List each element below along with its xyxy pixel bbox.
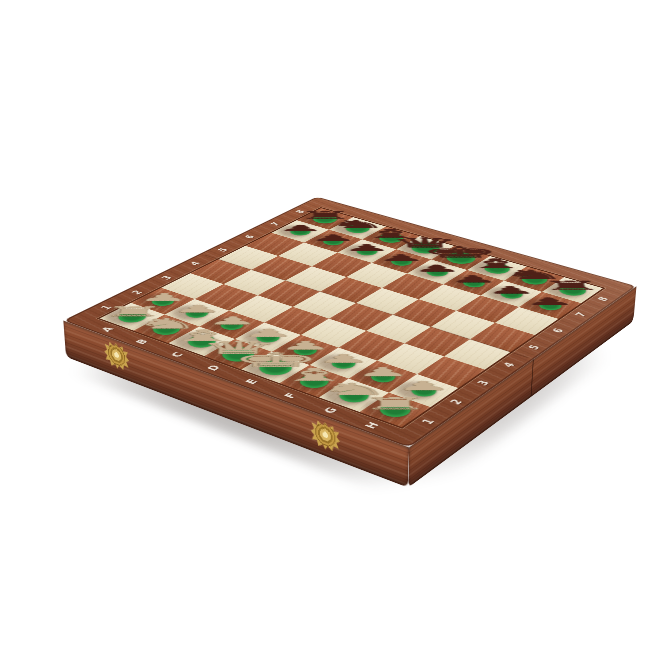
- piece-glyph: ♟: [451, 285, 571, 295]
- board-top-face: ABCDEFGH1234567812345678 ♜♞♝♛♚♝♞♜♟♟♟♟♟♟♟…: [63, 197, 636, 448]
- brass-clasp-icon: [311, 417, 340, 455]
- chess-board-3d: ABCDEFGH1234567812345678 ♜♞♝♛♚♝♞♜♟♟♟♟♟♟♟…: [63, 197, 636, 448]
- fold-seam: [530, 359, 533, 397]
- piece-glyph: ♟: [103, 292, 224, 302]
- brass-clasp-icon: [104, 339, 130, 373]
- chess-set-photo: ABCDEFGH1234567812345678 ♜♞♝♛♚♝♞♜♟♟♟♟♟♟♟…: [0, 0, 650, 650]
